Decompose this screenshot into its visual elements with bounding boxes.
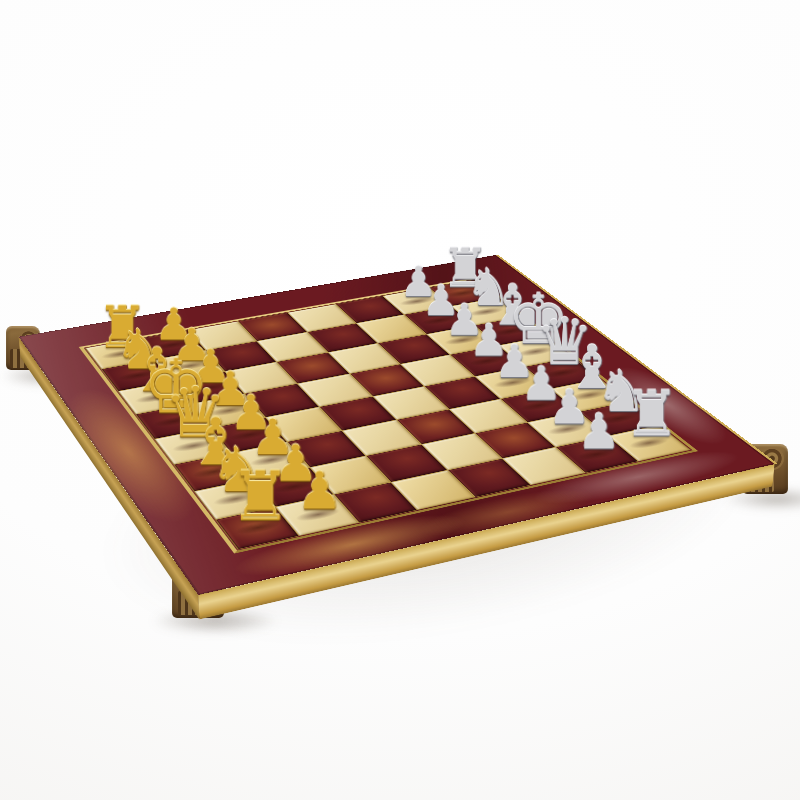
piece-white-pawn-a2[interactable]: ♟ <box>296 465 342 517</box>
chess-board: ♜♞♝♛♚♝♞♜♟♟♟♟♟♟♟♟♟♟♟♟♟♟♟♟♜♞♝♛♚♝♞♜ <box>19 255 778 595</box>
square-a6[interactable] <box>503 447 585 484</box>
piece-white-rook-a1[interactable]: ♜ <box>229 462 290 530</box>
product-photo-stage: ♜♞♝♛♚♝♞♜♟♟♟♟♟♟♟♟♟♟♟♟♟♟♟♟♜♞♝♛♚♝♞♜ <box>0 0 800 800</box>
square-a4[interactable] <box>392 470 474 509</box>
square-d4[interactable] <box>320 397 395 431</box>
piece-black-rook-a8[interactable]: ♜ <box>623 382 679 445</box>
square-b6[interactable] <box>475 423 554 458</box>
square-b4[interactable] <box>367 445 447 482</box>
square-c6[interactable] <box>449 399 526 433</box>
square-c5[interactable] <box>397 409 474 444</box>
piece-black-pawn-a7[interactable]: ♟ <box>576 407 620 456</box>
square-a3[interactable] <box>335 482 417 522</box>
square-b5[interactable] <box>422 434 502 470</box>
square-a5[interactable] <box>448 459 530 497</box>
square-c4[interactable] <box>343 420 420 455</box>
scene-3d: ♜♞♝♛♚♝♞♜♟♟♟♟♟♟♟♟♟♟♟♟♟♟♟♟♜♞♝♛♚♝♞♜ <box>0 0 800 800</box>
